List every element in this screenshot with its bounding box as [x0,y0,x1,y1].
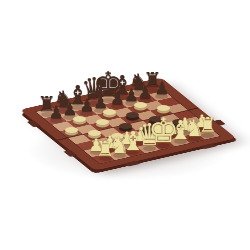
piece-shadow [111,104,124,109]
cream-checker-disc [96,119,109,125]
piece-shadow [174,139,187,144]
piece-shadow [188,136,201,141]
cream-rook: ♜ [96,139,115,160]
piece-shadow [139,98,152,103]
cream-checker-disc [103,109,116,115]
piece-shadow [116,95,129,100]
cream-pawn: ♟ [102,134,117,151]
dark-bishop: ♝ [66,82,89,108]
cream-pawn: ♟ [119,130,134,147]
dark-pawn: ♟ [93,94,108,111]
cream-pawn: ♟ [133,127,148,144]
dark-queen: ♛ [81,74,108,104]
cream-pawn: ♟ [177,116,192,133]
piece-shadow [146,88,159,93]
piece-shadow [143,146,156,151]
cream-checker-disc [134,102,147,108]
piece-shadow [165,133,178,138]
dark-checker-disc [126,112,139,118]
piece-shadow [134,140,147,145]
piece-shadow [63,115,76,120]
dark-knight: ♞ [54,88,75,111]
cream-rook: ♜ [199,115,218,136]
cream-checker-disc [73,116,86,122]
cream-pawn: ♟ [150,123,165,140]
piece-shadow [151,136,164,141]
piece-shadow [126,150,139,155]
dark-pawn: ♟ [62,101,77,118]
cream-checker-disc [88,130,101,136]
piece-shadow [201,133,214,138]
cream-bishop: ♝ [169,117,192,143]
dark-pawn: ♟ [79,97,94,114]
dark-bishop: ♝ [110,72,133,98]
dark-checker-disc [119,123,132,129]
piece-shadow [94,108,107,113]
cream-checker-disc [157,105,170,111]
piece-shadow [157,143,170,148]
piece-shadow [71,105,84,110]
piece-shadow [103,147,116,152]
piece-shadow [99,156,112,161]
dark-pawn: ♟ [137,84,152,101]
piece-shadow [132,91,145,96]
cream-queen: ♛ [136,120,163,150]
dark-king: ♚ [93,67,123,101]
cream-checker-disc [111,133,124,139]
piece-shadow [125,101,138,106]
dark-pawn: ♟ [154,80,169,97]
piece-shadow [90,150,103,155]
dark-pawn: ♟ [124,87,139,104]
dark-rook: ♜ [143,70,162,91]
cream-pawn: ♟ [89,137,104,154]
dark-rook: ♜ [38,94,57,115]
cream-checker-disc [65,127,78,133]
piece-shadow [102,98,115,103]
piece-shadow [155,94,168,99]
cream-pawn: ♟ [164,120,179,137]
piece-shadow [120,143,133,148]
piece-shadow [195,126,208,131]
piece-shadow [41,112,54,117]
dark-pawn: ♟ [110,90,125,107]
cream-knight: ♞ [109,134,130,157]
dark-pawn: ♟ [49,104,64,121]
piece-shadow [88,101,101,106]
dark-checker-disc [142,126,155,132]
piece-shadow [80,111,93,116]
dark-checker-disc [172,119,185,125]
cream-knight: ♞ [184,117,205,140]
piece-shadow [178,130,191,135]
product-photo-scene: ♜♞♝♛♚♝♞♜♟♟♟♟♟♟♟♟♟♟♟♟♟♟♟♟♜♞♝♛♚♝♞♜ [0,0,250,250]
pieces-layer: ♜♞♝♛♚♝♞♜♟♟♟♟♟♟♟♟♟♟♟♟♟♟♟♟♜♞♝♛♚♝♞♜ [0,0,250,250]
piece-shadow [50,118,63,123]
cream-pawn: ♟ [194,113,209,130]
dark-knight: ♞ [129,71,150,94]
cream-king: ♚ [148,113,178,147]
cream-bishop: ♝ [121,128,144,154]
piece-shadow [113,153,126,158]
piece-shadow [57,108,70,113]
dark-checker-disc [149,116,162,122]
